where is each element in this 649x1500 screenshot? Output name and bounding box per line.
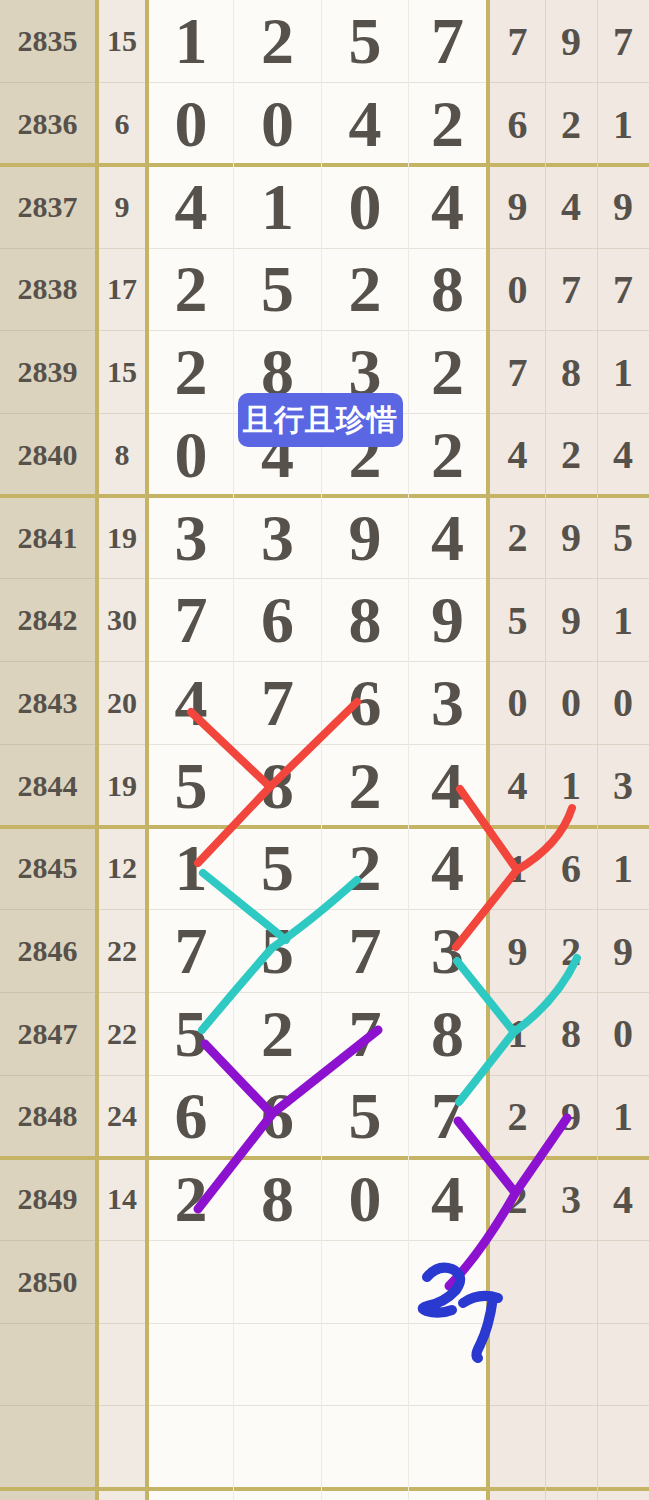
table-row: 2845121524161 (0, 827, 649, 910)
digit-cell: 2 (322, 744, 408, 827)
table-row: 2841193394295 (0, 496, 649, 579)
extra-cell: 3 (545, 1158, 597, 1241)
watermark-badge: 且行且珍惜 (238, 393, 403, 447)
period-cell: 2841 (0, 496, 95, 579)
period-cell: 2846 (0, 910, 95, 993)
digit-cell: 8 (234, 744, 321, 827)
table-cells: 2835151257797283660042621283794104949283… (0, 0, 649, 1500)
period-cell: 2835 (0, 0, 95, 83)
digit-cell: 4 (149, 662, 233, 745)
digit-cell: 2 (322, 248, 408, 331)
extra-cell: 3 (597, 744, 649, 827)
extra-cell: 1 (597, 1075, 649, 1158)
digit-cell: 0 (322, 165, 408, 248)
extra-cell: 2 (545, 83, 597, 166)
digit-cell: 4 (409, 827, 486, 910)
extra-cell: 6 (490, 83, 545, 166)
sum-cell: 22 (99, 910, 145, 993)
digit-cell: 2 (409, 331, 486, 414)
period-cell: 2845 (0, 827, 95, 910)
digit-cell: 4 (149, 165, 233, 248)
period-cell: 2840 (0, 414, 95, 497)
extra-cell: 1 (490, 992, 545, 1075)
digit-cell: 5 (234, 827, 321, 910)
digit-cell: 2 (409, 414, 486, 497)
digit-cell: 2 (409, 83, 486, 166)
period-cell: 2849 (0, 1158, 95, 1241)
table-row: 2848246657291 (0, 1075, 649, 1158)
digit-cell: 5 (234, 910, 321, 993)
digit-cell: 1 (149, 827, 233, 910)
digit-cell: 8 (409, 992, 486, 1075)
extra-cell: 5 (490, 579, 545, 662)
extra-cell: 9 (545, 579, 597, 662)
sum-cell: 19 (99, 744, 145, 827)
extra-cell: 7 (490, 0, 545, 83)
digit-cell: 7 (149, 579, 233, 662)
sum-cell: 30 (99, 579, 145, 662)
digit-cell: 4 (409, 1158, 486, 1241)
watermark-badge-text: 且行且珍惜 (243, 400, 398, 441)
extra-cell: 2 (490, 1075, 545, 1158)
table-row: 2850 (0, 1241, 649, 1324)
digit-cell: 0 (322, 1158, 408, 1241)
sum-cell: 14 (99, 1158, 145, 1241)
extra-cell: 4 (597, 1158, 649, 1241)
digit-cell: 0 (149, 83, 233, 166)
extra-cell: 7 (597, 248, 649, 331)
extra-cell: 9 (490, 910, 545, 993)
digit-cell: 9 (322, 496, 408, 579)
extra-cell: 0 (545, 662, 597, 745)
digit-cell: 6 (234, 579, 321, 662)
extra-cell: 9 (597, 165, 649, 248)
period-cell: 2850 (0, 1241, 95, 1324)
period-cell: 2848 (0, 1075, 95, 1158)
extra-cell: 9 (545, 0, 597, 83)
sum-cell: 17 (99, 248, 145, 331)
digit-cell: 9 (409, 579, 486, 662)
extra-cell: 9 (490, 165, 545, 248)
digit-cell: 7 (409, 0, 486, 83)
extra-cell: 8 (545, 331, 597, 414)
digit-cell: 2 (322, 827, 408, 910)
digit-cell: 3 (149, 496, 233, 579)
digit-cell: 8 (409, 248, 486, 331)
table-row: 2842307689591 (0, 579, 649, 662)
table-row: 2844195824413 (0, 744, 649, 827)
extra-cell: 4 (490, 414, 545, 497)
digit-cell: 8 (234, 1158, 321, 1241)
digit-cell: 2 (149, 1158, 233, 1241)
extra-cell: 4 (490, 744, 545, 827)
extra-cell: 2 (545, 414, 597, 497)
table-row: 2847225278180 (0, 992, 649, 1075)
extra-cell: 1 (490, 827, 545, 910)
table-row: 2835151257797 (0, 0, 649, 83)
period-cell: 2839 (0, 331, 95, 414)
extra-cell: 9 (597, 910, 649, 993)
digit-cell: 5 (149, 744, 233, 827)
sum-cell: 12 (99, 827, 145, 910)
extra-cell: 6 (545, 827, 597, 910)
sum-cell: 24 (99, 1075, 145, 1158)
digit-cell: 1 (149, 0, 233, 83)
digit-cell: 5 (322, 1075, 408, 1158)
extra-cell: 5 (597, 496, 649, 579)
digit-cell: 2 (149, 248, 233, 331)
digit-cell: 4 (409, 744, 486, 827)
extra-cell: 1 (597, 83, 649, 166)
extra-cell: 2 (490, 496, 545, 579)
extra-cell: 1 (545, 744, 597, 827)
extra-cell: 9 (545, 1075, 597, 1158)
digit-cell: 7 (322, 910, 408, 993)
extra-cell: 2 (490, 1158, 545, 1241)
period-cell: 2847 (0, 992, 95, 1075)
digit-cell: 3 (409, 910, 486, 993)
digit-cell: 8 (322, 579, 408, 662)
digit-cell: 6 (149, 1075, 233, 1158)
lottery-trend-chart-board: 2835151257797283660042621283794104949283… (0, 0, 649, 1500)
digit-cell: 4 (409, 165, 486, 248)
digit-cell: 7 (234, 662, 321, 745)
table-row: 2846227573929 (0, 910, 649, 993)
table-row: 2843204763000 (0, 662, 649, 745)
digit-cell: 4 (409, 496, 486, 579)
digit-cell: 0 (149, 414, 233, 497)
sum-cell: 22 (99, 992, 145, 1075)
sum-cell: 15 (99, 0, 145, 83)
sum-cell: 9 (99, 165, 145, 248)
extra-cell: 7 (490, 331, 545, 414)
period-cell: 2837 (0, 165, 95, 248)
digit-cell: 2 (149, 331, 233, 414)
digit-cell: 6 (234, 1075, 321, 1158)
extra-cell: 1 (597, 579, 649, 662)
period-cell: 2843 (0, 662, 95, 745)
digit-cell: 5 (234, 248, 321, 331)
period-cell: 2836 (0, 83, 95, 166)
digit-cell: 2 (234, 992, 321, 1075)
digit-cell: 7 (149, 910, 233, 993)
digit-cell: 0 (234, 83, 321, 166)
extra-cell: 4 (597, 414, 649, 497)
table-row: 2849142804234 (0, 1158, 649, 1241)
table-row: 283794104949 (0, 165, 649, 248)
extra-cell: 1 (597, 331, 649, 414)
extra-cell: 0 (490, 248, 545, 331)
digit-cell: 5 (149, 992, 233, 1075)
extra-cell: 4 (545, 165, 597, 248)
period-cell: 2842 (0, 579, 95, 662)
extra-cell: 9 (545, 496, 597, 579)
extra-cell: 8 (545, 992, 597, 1075)
table-row (0, 1406, 649, 1489)
digit-cell: 3 (234, 496, 321, 579)
sum-cell: 8 (99, 414, 145, 497)
digit-cell: 2 (234, 0, 321, 83)
table-row: 283660042621 (0, 83, 649, 166)
extra-cell: 0 (597, 992, 649, 1075)
sum-cell: 15 (99, 331, 145, 414)
period-cell: 2838 (0, 248, 95, 331)
table-row (0, 1323, 649, 1406)
table-row: 2838172528077 (0, 248, 649, 331)
sum-cell: 6 (99, 83, 145, 166)
digit-cell: 6 (322, 662, 408, 745)
period-cell: 2844 (0, 744, 95, 827)
digit-cell: 7 (322, 992, 408, 1075)
sum-cell: 19 (99, 496, 145, 579)
extra-cell: 0 (490, 662, 545, 745)
digit-cell: 4 (322, 83, 408, 166)
digit-cell: 5 (322, 0, 408, 83)
extra-cell: 7 (545, 248, 597, 331)
extra-cell: 2 (545, 910, 597, 993)
extra-cell: 0 (597, 662, 649, 745)
extra-cell: 7 (597, 0, 649, 83)
digit-cell: 7 (409, 1075, 486, 1158)
sum-cell: 20 (99, 662, 145, 745)
digit-cell: 3 (409, 662, 486, 745)
digit-cell: 1 (234, 165, 321, 248)
extra-cell: 1 (597, 827, 649, 910)
